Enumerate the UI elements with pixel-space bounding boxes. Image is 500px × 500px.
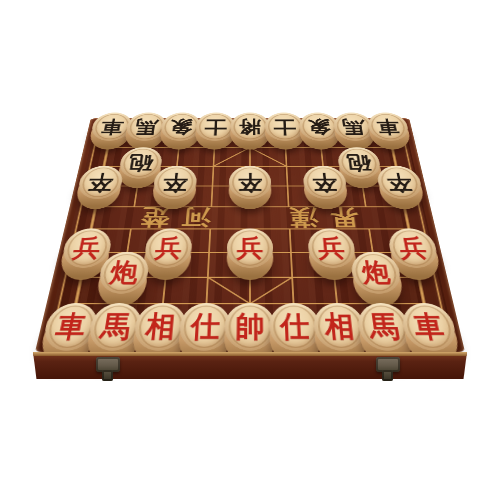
piece-black-soldier[interactable]: 卒 [306,176,346,196]
piece-glyph: 炮 [108,260,139,286]
piece-glyph: 相 [324,312,356,341]
piece-red-chariot[interactable]: 車 [405,318,456,347]
piece-glyph: 帥 [235,312,265,341]
piece-glyph: 仕 [280,312,311,341]
piece-black-advisor[interactable]: 士 [197,121,233,138]
piece-black-cannon[interactable]: 砲 [340,157,379,176]
piece-glyph: 卒 [86,172,114,192]
piece-black-elephant[interactable]: 象 [301,121,337,138]
piece-glyph: 卒 [238,172,263,192]
piece-glyph: 象 [307,118,331,135]
piece-black-soldier[interactable]: 卒 [79,176,121,196]
piece-red-soldier[interactable]: 兵 [146,240,189,264]
piece-glyph: 馬 [341,118,366,135]
piece-glyph: 相 [144,312,176,341]
piece-glyph: 卒 [312,172,338,192]
board-surface[interactable]: 楚河 漢界 車馬象士將士象馬車砲砲卒卒卒卒卒兵兵兵兵兵炮炮車馬相仕帥仕相馬車 [44,121,456,346]
piece-black-soldier[interactable]: 卒 [380,176,422,196]
piece-glyph: 馬 [99,312,133,341]
piece-glyph: 仕 [190,312,221,341]
piece-glyph: 兵 [317,236,346,260]
piece-glyph: 馬 [134,118,159,135]
piece-red-elephant[interactable]: 相 [316,318,364,347]
piece-glyph: 車 [375,118,401,135]
piece-face: 將 [230,113,270,141]
piece-black-soldier[interactable]: 卒 [155,176,195,196]
piece-red-advisor[interactable]: 仕 [181,318,227,347]
latch-left [96,357,120,372]
piece-glyph: 兵 [237,236,264,260]
piece-black-soldier[interactable]: 卒 [231,176,269,196]
piece-glyph: 砲 [128,153,155,172]
product-photo-stage: 楚河 漢界 車馬象士將士象馬車砲砲卒卒卒卒卒兵兵兵兵兵炮炮車馬相仕帥仕相馬車 [0,0,500,500]
piece-glyph: 士 [273,118,296,135]
piece-red-soldier[interactable]: 兵 [229,240,271,264]
piece-glyph: 兵 [154,236,183,260]
piece-glyph: 車 [99,118,125,135]
piece-red-cannon[interactable]: 炮 [354,265,400,291]
piece-glyph: 士 [204,118,227,135]
piece-black-chariot[interactable]: 車 [370,121,408,138]
piece-face: 卒 [228,166,271,199]
piece-glyph: 卒 [162,172,188,192]
piece-red-cannon[interactable]: 炮 [100,265,146,291]
piece-black-general[interactable]: 將 [232,121,267,138]
piece-red-elephant[interactable]: 相 [136,318,184,347]
xiangqi-board: 楚河 漢界 車馬象士將士象馬車砲砲卒卒卒卒卒兵兵兵兵兵炮炮車馬相仕帥仕相馬車 [35,118,465,352]
scene: 楚河 漢界 車馬象士將士象馬車砲砲卒卒卒卒卒兵兵兵兵兵炮炮車馬相仕帥仕相馬車 [0,0,500,500]
latch-right [376,357,400,372]
piece-red-soldier[interactable]: 兵 [310,240,353,264]
box-edge-highlight [33,352,467,356]
piece-black-horse[interactable]: 馬 [127,121,164,138]
piece-red-general[interactable]: 帥 [227,318,273,347]
piece-glyph: 馬 [368,312,402,341]
piece-red-soldier[interactable]: 兵 [391,240,437,264]
piece-black-cannon[interactable]: 砲 [120,157,159,176]
piece-glyph: 炮 [360,260,391,286]
piece-glyph: 車 [411,312,446,341]
piece-red-advisor[interactable]: 仕 [272,318,318,347]
piece-glyph: 象 [169,118,193,135]
piece-glyph: 卒 [385,172,413,192]
piece-black-elephant[interactable]: 象 [162,121,198,138]
piece-black-advisor[interactable]: 士 [267,121,303,138]
piece-red-horse[interactable]: 馬 [90,318,139,347]
piece-glyph: 兵 [71,236,102,260]
piece-glyph: 砲 [346,153,373,172]
piece-glyph: 兵 [397,236,428,260]
piece-glyph: 將 [239,118,262,135]
piece-glyph: 車 [53,312,88,341]
pieces-grid: 車馬象士將士象馬車砲砲卒卒卒卒卒兵兵兵兵兵炮炮車馬相仕帥仕相馬車 [44,121,456,346]
piece-red-soldier[interactable]: 兵 [63,240,109,264]
